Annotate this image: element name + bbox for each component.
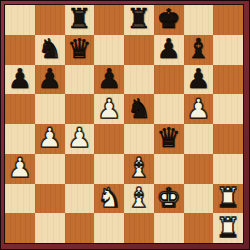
piece-white-bishop-e3: ♝ — [127, 154, 151, 181]
square-f6[interactable] — [154, 65, 184, 95]
piece-white-rook-h1: ♜ — [216, 214, 240, 241]
square-e6[interactable] — [124, 65, 154, 95]
piece-black-rook-e8: ♜ — [127, 5, 151, 32]
square-a6[interactable]: ♟ — [5, 65, 35, 95]
square-c6[interactable] — [65, 65, 95, 95]
square-d6[interactable]: ♟ — [94, 65, 124, 95]
square-c5[interactable] — [65, 94, 95, 124]
piece-black-knight-e5: ♞ — [127, 95, 151, 122]
square-g6[interactable]: ♟ — [184, 65, 214, 95]
square-d2[interactable]: ♞ — [94, 184, 124, 214]
square-h8[interactable] — [213, 5, 243, 35]
piece-black-pawn-d6: ♟ — [97, 65, 121, 92]
square-b2[interactable] — [35, 184, 65, 214]
square-b8[interactable] — [35, 5, 65, 35]
piece-black-pawn-g6: ♟ — [186, 65, 210, 92]
piece-white-bishop-e2: ♝ — [127, 184, 151, 211]
piece-black-king-f8: ♚ — [157, 5, 181, 32]
square-g3[interactable] — [184, 154, 214, 184]
square-c8[interactable]: ♜ — [65, 5, 95, 35]
square-e1[interactable] — [124, 213, 154, 243]
piece-white-pawn-c4: ♟ — [67, 124, 91, 151]
chess-board: ♜♜♚♞♛♟♝♟♟♟♟♟♞♟♟♟♛♟♝♞♝♚♜♜ — [4, 4, 244, 244]
square-a2[interactable] — [5, 184, 35, 214]
square-g7[interactable]: ♝ — [184, 35, 214, 65]
piece-black-bishop-g7: ♝ — [186, 35, 210, 62]
square-f8[interactable]: ♚ — [154, 5, 184, 35]
square-f5[interactable] — [154, 94, 184, 124]
square-e7[interactable] — [124, 35, 154, 65]
square-g5[interactable]: ♟ — [184, 94, 214, 124]
piece-white-pawn-a3: ♟ — [8, 154, 32, 181]
square-h6[interactable] — [213, 65, 243, 95]
square-f1[interactable] — [154, 213, 184, 243]
square-g2[interactable] — [184, 184, 214, 214]
square-a8[interactable] — [5, 5, 35, 35]
square-g1[interactable] — [184, 213, 214, 243]
square-h7[interactable] — [213, 35, 243, 65]
square-a5[interactable] — [5, 94, 35, 124]
square-d7[interactable] — [94, 35, 124, 65]
square-a4[interactable] — [5, 124, 35, 154]
square-e4[interactable] — [124, 124, 154, 154]
piece-white-knight-d2: ♞ — [97, 184, 121, 211]
square-a3[interactable]: ♟ — [5, 154, 35, 184]
piece-black-queen-c7: ♛ — [67, 35, 91, 62]
square-d3[interactable] — [94, 154, 124, 184]
piece-white-pawn-d5: ♟ — [97, 95, 121, 122]
square-f2[interactable]: ♚ — [154, 184, 184, 214]
square-b4[interactable]: ♟ — [35, 124, 65, 154]
piece-white-pawn-g5: ♟ — [186, 95, 210, 122]
square-e5[interactable]: ♞ — [124, 94, 154, 124]
piece-black-pawn-f7: ♟ — [157, 35, 181, 62]
square-d5[interactable]: ♟ — [94, 94, 124, 124]
piece-black-pawn-a6: ♟ — [8, 65, 32, 92]
square-c1[interactable] — [65, 213, 95, 243]
square-b1[interactable] — [35, 213, 65, 243]
square-h2[interactable]: ♜ — [213, 184, 243, 214]
chess-board-frame: ♜♜♚♞♛♟♝♟♟♟♟♟♞♟♟♟♛♟♝♞♝♚♜♜ — [0, 0, 250, 250]
square-b3[interactable] — [35, 154, 65, 184]
square-b6[interactable]: ♟ — [35, 65, 65, 95]
piece-black-knight-b7: ♞ — [38, 35, 62, 62]
square-d1[interactable] — [94, 213, 124, 243]
square-g4[interactable] — [184, 124, 214, 154]
square-e2[interactable]: ♝ — [124, 184, 154, 214]
piece-white-rook-h2: ♜ — [216, 184, 240, 211]
square-c2[interactable] — [65, 184, 95, 214]
square-g8[interactable] — [184, 5, 214, 35]
square-b5[interactable] — [35, 94, 65, 124]
square-f7[interactable]: ♟ — [154, 35, 184, 65]
square-d8[interactable] — [94, 5, 124, 35]
piece-black-pawn-b6: ♟ — [38, 65, 62, 92]
square-a1[interactable] — [5, 213, 35, 243]
piece-black-queen-f4: ♛ — [157, 124, 181, 151]
square-h1[interactable]: ♜ — [213, 213, 243, 243]
piece-black-rook-c8: ♜ — [67, 5, 91, 32]
square-c3[interactable] — [65, 154, 95, 184]
square-f4[interactable]: ♛ — [154, 124, 184, 154]
piece-white-pawn-b4: ♟ — [38, 124, 62, 151]
piece-white-king-f2: ♚ — [157, 184, 181, 211]
square-e8[interactable]: ♜ — [124, 5, 154, 35]
square-h5[interactable] — [213, 94, 243, 124]
square-h4[interactable] — [213, 124, 243, 154]
square-f3[interactable] — [154, 154, 184, 184]
square-c7[interactable]: ♛ — [65, 35, 95, 65]
square-e3[interactable]: ♝ — [124, 154, 154, 184]
square-d4[interactable] — [94, 124, 124, 154]
square-a7[interactable] — [5, 35, 35, 65]
square-c4[interactable]: ♟ — [65, 124, 95, 154]
square-h3[interactable] — [213, 154, 243, 184]
square-b7[interactable]: ♞ — [35, 35, 65, 65]
